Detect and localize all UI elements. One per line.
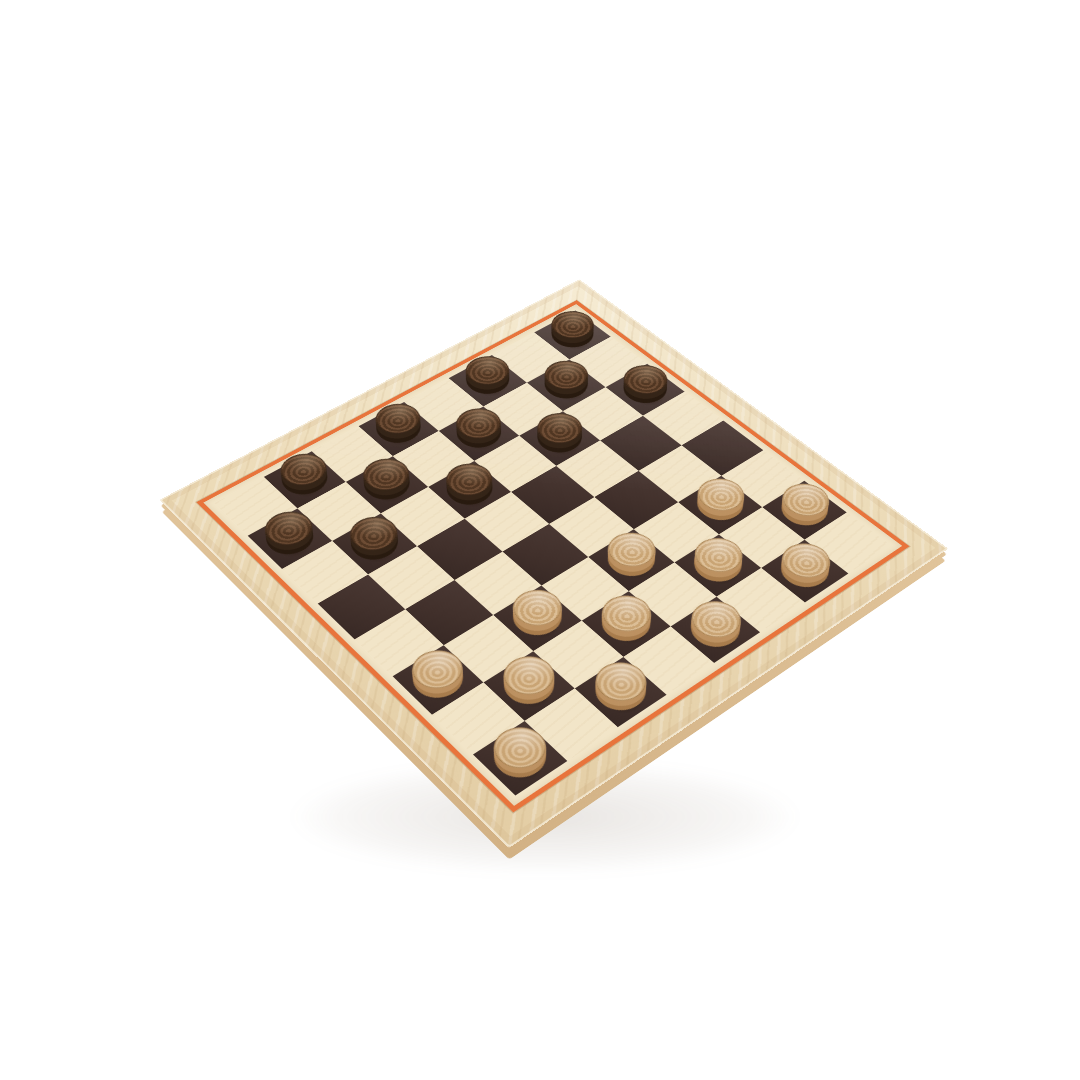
accent-border-line — [196, 300, 909, 812]
light-man-r1c5[interactable] — [688, 483, 753, 528]
light-man-r1c7[interactable] — [771, 547, 838, 595]
dark-man-r7c1[interactable] — [258, 515, 323, 561]
dark-man-r4c0[interactable] — [368, 408, 429, 450]
board-grid — [214, 310, 890, 795]
product-photo-stage — [0, 0, 1080, 1080]
